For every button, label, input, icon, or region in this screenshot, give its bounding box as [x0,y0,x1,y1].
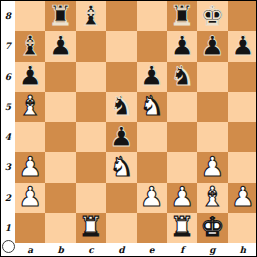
square-a2[interactable]: ♟ [15,183,45,213]
square-h8[interactable] [228,1,257,31]
black-pawn[interactable]: ♟ [109,123,133,150]
black-pawn[interactable]: ♟ [170,32,194,59]
file-labels: abcdefgh [15,243,257,256]
square-h2[interactable]: ♟ [228,183,257,213]
white-pawn[interactable]: ♟ [140,183,164,210]
square-d4[interactable]: ♟ [106,122,136,152]
square-d6[interactable] [106,62,136,92]
chess-board[interactable]: ♜♝♜♚♝♟♟♟♟♟♟♞♝♞♞♟♟♞♟♟♟♟♝♟♜♜♚ [15,1,257,243]
rank-label-7: 7 [1,31,15,61]
file-label-h: h [228,243,257,256]
black-pawn[interactable]: ♟ [231,32,255,59]
square-a3[interactable]: ♟ [15,152,45,182]
black-knight[interactable]: ♞ [170,62,194,89]
rank-label-4: 4 [1,122,15,152]
square-a4[interactable] [15,122,45,152]
square-b3[interactable] [45,152,75,182]
black-king[interactable]: ♚ [200,2,224,29]
square-g5[interactable] [197,92,227,122]
square-f2[interactable]: ♟ [167,183,197,213]
square-c8[interactable]: ♝ [76,1,106,31]
square-e1[interactable] [137,213,167,243]
square-f4[interactable] [167,122,197,152]
white-pawn[interactable]: ♟ [170,183,194,210]
square-f7[interactable]: ♟ [167,31,197,61]
white-pawn[interactable]: ♟ [18,153,42,180]
square-e6[interactable]: ♟ [137,62,167,92]
file-label-b: b [45,243,75,256]
square-h4[interactable] [228,122,257,152]
rank-label-8: 8 [1,1,15,31]
square-e7[interactable] [137,31,167,61]
square-g3[interactable]: ♟ [197,152,227,182]
square-c5[interactable] [76,92,106,122]
rank-labels: 87654321 [1,1,15,243]
square-a1[interactable] [15,213,45,243]
black-pawn[interactable]: ♟ [48,32,72,59]
white-knight[interactable]: ♞ [109,153,133,180]
file-label-a: a [15,243,45,256]
square-h6[interactable] [228,62,257,92]
black-bishop[interactable]: ♝ [79,2,103,29]
white-pawn[interactable]: ♟ [200,153,224,180]
square-a8[interactable] [15,1,45,31]
black-pawn[interactable]: ♟ [200,32,224,59]
white-pawn[interactable]: ♟ [18,183,42,210]
square-d8[interactable] [106,1,136,31]
square-e4[interactable] [137,122,167,152]
black-rook[interactable]: ♜ [170,2,194,29]
square-f1[interactable]: ♜ [167,213,197,243]
square-b7[interactable]: ♟ [45,31,75,61]
black-rook[interactable]: ♜ [48,2,72,29]
square-g4[interactable] [197,122,227,152]
square-c4[interactable] [76,122,106,152]
black-pawn[interactable]: ♟ [140,62,164,89]
white-rook[interactable]: ♜ [170,213,194,240]
black-pawn[interactable]: ♟ [18,62,42,89]
white-pawn[interactable]: ♟ [231,183,255,210]
file-label-e: e [137,243,167,256]
square-b1[interactable] [45,213,75,243]
white-knight[interactable]: ♞ [140,92,164,119]
square-e2[interactable]: ♟ [137,183,167,213]
rank-label-2: 2 [1,183,15,213]
square-h7[interactable]: ♟ [228,31,257,61]
square-b2[interactable] [45,183,75,213]
white-king[interactable]: ♚ [200,213,224,240]
file-label-d: d [106,243,136,256]
square-b5[interactable] [45,92,75,122]
white-bishop[interactable]: ♝ [200,183,224,210]
square-g1[interactable]: ♚ [197,213,227,243]
square-c2[interactable] [76,183,106,213]
square-h1[interactable] [228,213,257,243]
square-e8[interactable] [137,1,167,31]
square-d5[interactable]: ♞ [106,92,136,122]
square-a6[interactable]: ♟ [15,62,45,92]
square-c6[interactable] [76,62,106,92]
white-rook[interactable]: ♜ [79,213,103,240]
rank-label-5: 5 [1,92,15,122]
file-label-g: g [197,243,227,256]
square-g2[interactable]: ♝ [197,183,227,213]
square-b4[interactable] [45,122,75,152]
square-f6[interactable]: ♞ [167,62,197,92]
white-bishop[interactable]: ♝ [18,92,42,119]
rank-label-3: 3 [1,152,15,182]
square-b6[interactable] [45,62,75,92]
square-d2[interactable] [106,183,136,213]
square-d3[interactable]: ♞ [106,152,136,182]
side-to-move-indicator [2,240,15,253]
square-f3[interactable] [167,152,197,182]
square-c3[interactable] [76,152,106,182]
rank-label-1: 1 [1,213,15,243]
square-e3[interactable] [137,152,167,182]
file-label-c: c [76,243,106,256]
square-d7[interactable] [106,31,136,61]
square-b8[interactable]: ♜ [45,1,75,31]
square-g7[interactable]: ♟ [197,31,227,61]
square-e5[interactable]: ♞ [137,92,167,122]
square-h3[interactable] [228,152,257,182]
square-g8[interactable]: ♚ [197,1,227,31]
square-g6[interactable] [197,62,227,92]
square-h5[interactable] [228,92,257,122]
black-knight[interactable]: ♞ [109,92,133,119]
square-c1[interactable]: ♜ [76,213,106,243]
black-bishop[interactable]: ♝ [18,32,42,59]
square-f8[interactable]: ♜ [167,1,197,31]
square-f5[interactable] [167,92,197,122]
square-a5[interactable]: ♝ [15,92,45,122]
square-d1[interactable] [106,213,136,243]
rank-label-6: 6 [1,62,15,92]
square-a7[interactable]: ♝ [15,31,45,61]
file-label-f: f [167,243,197,256]
chess-diagram: ♜♝♜♚♝♟♟♟♟♟♟♞♝♞♞♟♟♞♟♟♟♟♝♟♜♜♚ 87654321 abc… [0,0,257,257]
square-c7[interactable] [76,31,106,61]
